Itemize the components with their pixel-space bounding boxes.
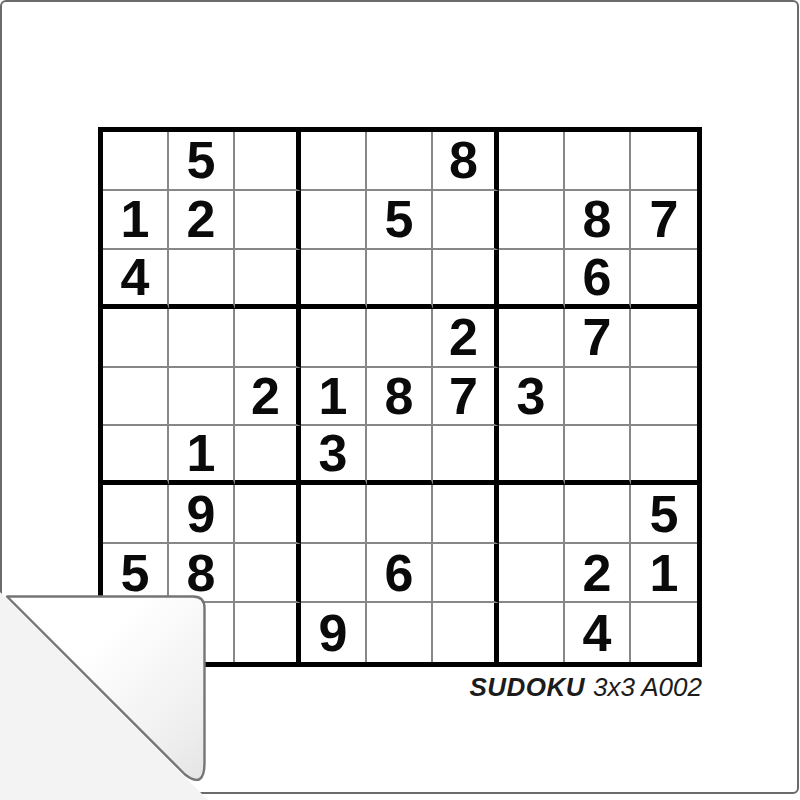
cell-r1c5[interactable] [367, 132, 433, 191]
cell-r9c7[interactable] [499, 603, 565, 662]
cell-r9c3[interactable] [235, 603, 301, 662]
cell-r5c9[interactable] [631, 368, 697, 427]
cell-r8c6[interactable] [433, 544, 499, 603]
cell-r1c8[interactable] [565, 132, 631, 191]
cell-r4c5[interactable] [367, 309, 433, 368]
cell-r3c4[interactable] [301, 250, 367, 309]
cell-r4c2[interactable] [169, 309, 235, 368]
cell-r5c4: 1 [301, 368, 367, 427]
cell-r2c1: 1 [103, 191, 169, 250]
cell-r8c5: 6 [367, 544, 433, 603]
cell-r9c2[interactable] [169, 603, 235, 662]
cell-r7c9: 5 [631, 485, 697, 544]
cell-r5c3: 2 [235, 368, 301, 427]
puzzle-caption: SUDOKU3x3 A002 [98, 672, 702, 702]
cell-r3c5[interactable] [367, 250, 433, 309]
cell-r8c3[interactable] [235, 544, 301, 603]
puzzle-sheet-stage: 581258746272187313955862194 SUDOKU3x3 A0… [0, 0, 800, 800]
cell-r5c2[interactable] [169, 368, 235, 427]
cell-r9c9[interactable] [631, 603, 697, 662]
cell-r7c3[interactable] [235, 485, 301, 544]
cell-r1c9[interactable] [631, 132, 697, 191]
cell-r6c4: 3 [301, 426, 367, 485]
cell-r3c2[interactable] [169, 250, 235, 309]
cell-r1c3[interactable] [235, 132, 301, 191]
cell-r7c6[interactable] [433, 485, 499, 544]
cell-r5c8[interactable] [565, 368, 631, 427]
cell-r5c5: 8 [367, 368, 433, 427]
cell-r9c6[interactable] [433, 603, 499, 662]
cell-r6c3[interactable] [235, 426, 301, 485]
sudoku-board: 581258746272187313955862194 [98, 127, 702, 667]
cell-r7c1[interactable] [103, 485, 169, 544]
cell-r4c1[interactable] [103, 309, 169, 368]
puzzle-brand-label: SUDOKU [469, 672, 585, 702]
cell-r9c8: 4 [565, 603, 631, 662]
cell-r1c7[interactable] [499, 132, 565, 191]
cell-r3c6[interactable] [433, 250, 499, 309]
cell-r8c4[interactable] [301, 544, 367, 603]
puzzle-id-label: 3x3 A002 [593, 672, 702, 702]
cell-r6c6[interactable] [433, 426, 499, 485]
cell-r2c9: 7 [631, 191, 697, 250]
cell-r6c7[interactable] [499, 426, 565, 485]
cell-r9c5[interactable] [367, 603, 433, 662]
cell-r5c1[interactable] [103, 368, 169, 427]
cell-r7c2: 9 [169, 485, 235, 544]
cell-r9c1[interactable] [103, 603, 169, 662]
cell-r1c6: 8 [433, 132, 499, 191]
cell-r7c5[interactable] [367, 485, 433, 544]
cell-r2c3[interactable] [235, 191, 301, 250]
cell-r4c9[interactable] [631, 309, 697, 368]
cell-r7c7[interactable] [499, 485, 565, 544]
cell-r6c2: 1 [169, 426, 235, 485]
cell-r2c7[interactable] [499, 191, 565, 250]
cell-r3c9[interactable] [631, 250, 697, 309]
cell-r4c4[interactable] [301, 309, 367, 368]
cell-r8c2: 8 [169, 544, 235, 603]
cell-r4c6: 2 [433, 309, 499, 368]
cell-r1c2: 5 [169, 132, 235, 191]
cell-r6c1[interactable] [103, 426, 169, 485]
cell-r7c8[interactable] [565, 485, 631, 544]
cell-r6c8[interactable] [565, 426, 631, 485]
cell-r6c9[interactable] [631, 426, 697, 485]
cell-r4c7[interactable] [499, 309, 565, 368]
cell-r5c7: 3 [499, 368, 565, 427]
cell-r1c1[interactable] [103, 132, 169, 191]
cell-r8c8: 2 [565, 544, 631, 603]
cell-r3c1: 4 [103, 250, 169, 309]
cell-r9c4: 9 [301, 603, 367, 662]
cell-r4c3[interactable] [235, 309, 301, 368]
cell-r8c1: 5 [103, 544, 169, 603]
cell-r5c6: 7 [433, 368, 499, 427]
cell-r6c5[interactable] [367, 426, 433, 485]
cell-r3c3[interactable] [235, 250, 301, 309]
cell-r7c4[interactable] [301, 485, 367, 544]
cell-r2c8: 8 [565, 191, 631, 250]
cell-r4c8: 7 [565, 309, 631, 368]
cell-r2c2: 2 [169, 191, 235, 250]
cell-r8c7[interactable] [499, 544, 565, 603]
cell-r8c9: 1 [631, 544, 697, 603]
cell-r3c7[interactable] [499, 250, 565, 309]
cell-r2c4[interactable] [301, 191, 367, 250]
cell-r2c5: 5 [367, 191, 433, 250]
cell-r3c8: 6 [565, 250, 631, 309]
cell-r1c4[interactable] [301, 132, 367, 191]
cell-r2c6[interactable] [433, 191, 499, 250]
